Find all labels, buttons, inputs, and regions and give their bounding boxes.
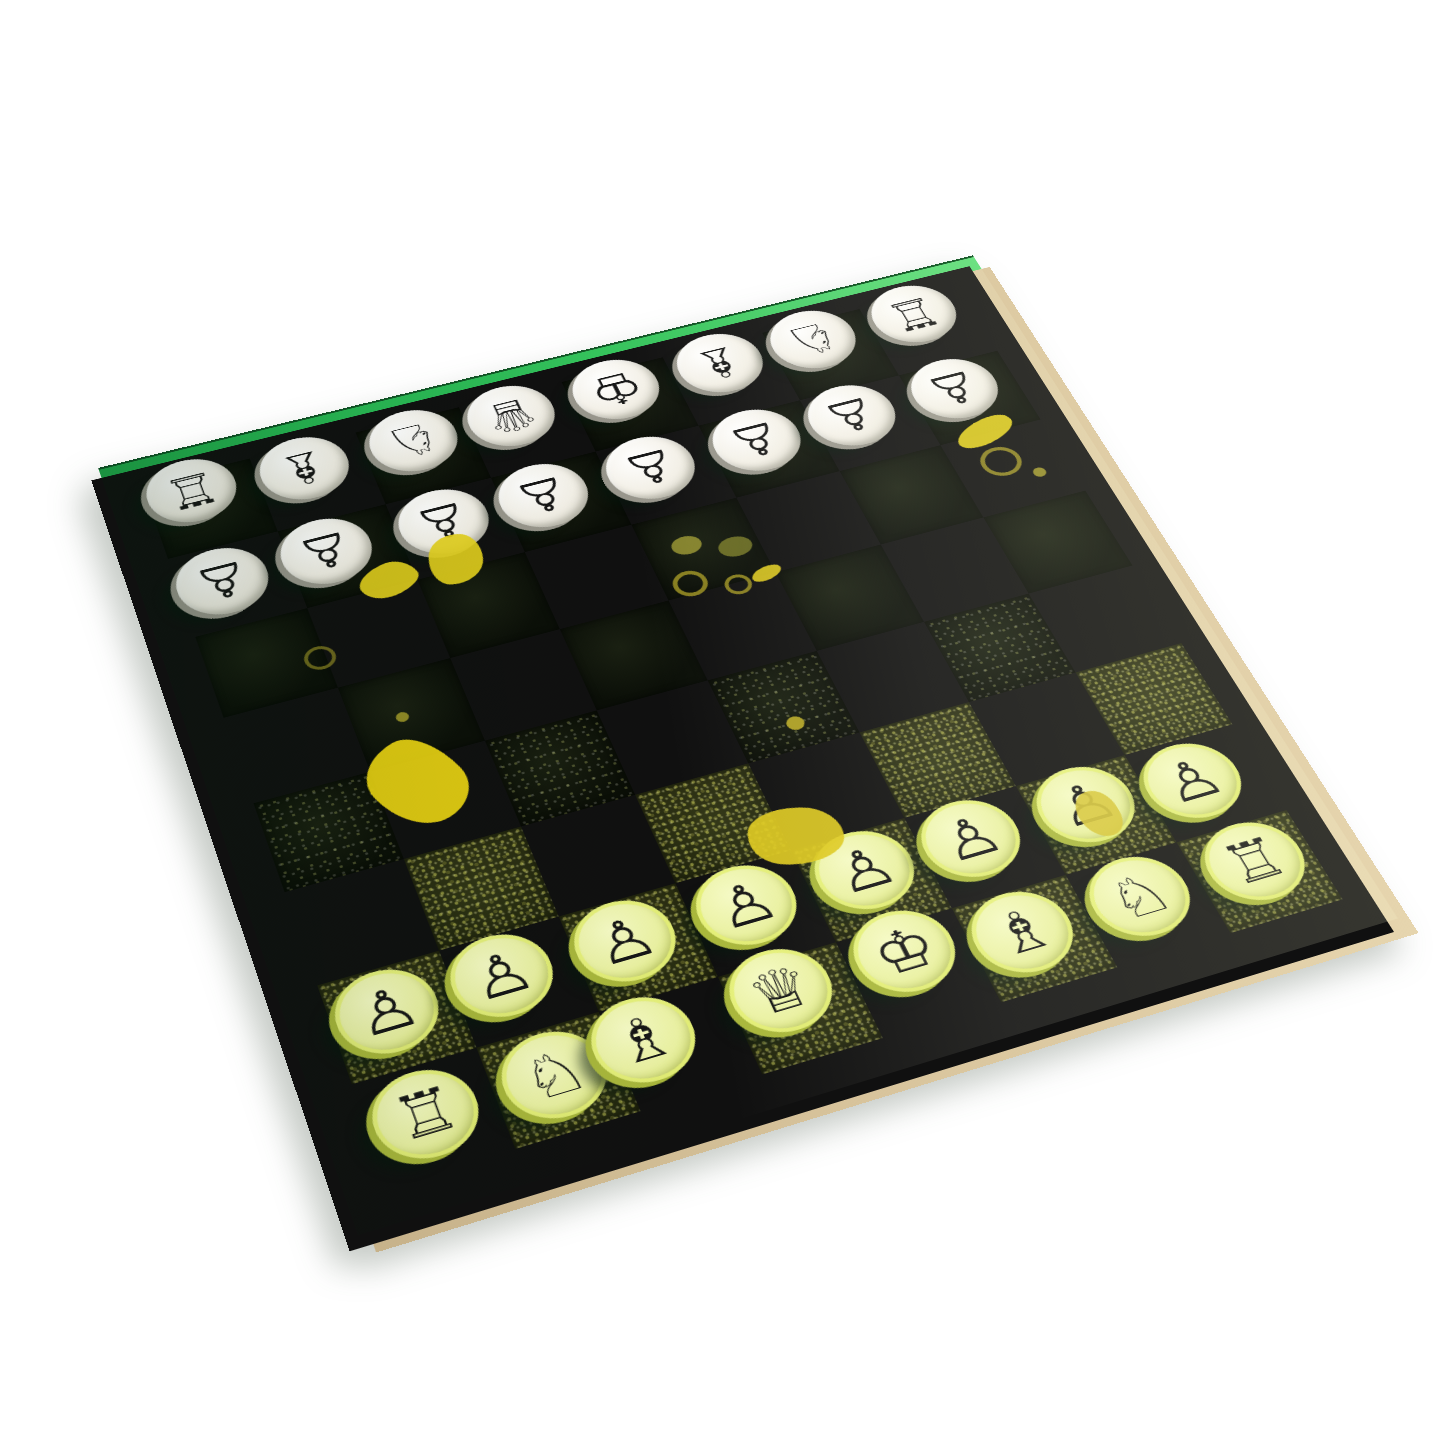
piece-white-bishop-b8: ♗	[250, 429, 359, 508]
knight-symbol-icon: ♘	[379, 415, 447, 467]
board-perspective-wrapper: ♖♗♘♕♔♗♘♖♙♙♙♙♙♙♙♙♙♙♙♙♙♙♙♙♖♘♗♕♔♗♘♖	[202, 174, 1212, 1184]
knight-symbol-icon: ♘	[1097, 863, 1181, 930]
piece-white-rook-h8: ♖	[859, 278, 969, 350]
pawn-symbol-icon: ♙	[930, 806, 1012, 871]
board-grid: ♖♗♘♕♔♗♘♖♙♙♙♙♙♙♙♙♙♙♙♙♙♙♙♙♖♘♗♕♔♗♘♖	[142, 285, 1343, 1187]
pawn-symbol-icon: ♙	[615, 441, 686, 493]
bishop-symbol-icon: ♗	[602, 1004, 685, 1076]
pawn-symbol-icon: ♙	[408, 494, 478, 548]
pawn-symbol-icon: ♙	[918, 363, 990, 413]
piece-yellow-rook-a1: ♖	[360, 1058, 492, 1171]
piece-yellow-pawn-h2: ♙	[1128, 734, 1258, 829]
rook-symbol-icon: ♖	[1212, 828, 1297, 894]
pawn-symbol-icon: ♙	[1151, 750, 1233, 813]
bishop-symbol-icon: ♗	[271, 442, 339, 494]
piece-white-rook-a8: ♖	[138, 451, 246, 531]
chessboard: ♖♗♘♕♔♗♘♖♙♙♙♙♙♙♙♙♙♙♙♙♙♙♙♙♖♘♗♕♔♗♘♖	[98, 255, 1398, 1235]
pawn-symbol-icon: ♙	[508, 469, 579, 522]
pawn-symbol-icon: ♙	[462, 941, 542, 1011]
pawn-symbol-icon: ♙	[816, 390, 887, 441]
pawn-symbol-icon: ♙	[291, 523, 361, 578]
piece-white-king-e8: ♔	[562, 352, 672, 428]
pawn-symbol-icon: ♙	[585, 907, 666, 975]
rook-symbol-icon: ♖	[158, 464, 226, 517]
pawn-symbol-icon: ♙	[706, 872, 787, 939]
photo-canvas: ♖♗♘♕♔♗♘♖♙♙♙♙♙♙♙♙♙♙♙♙♙♙♙♙♖♘♗♕♔♗♘♖	[0, 0, 1445, 1445]
king-symbol-icon: ♔	[863, 917, 946, 986]
pawn-symbol-icon: ♙	[348, 976, 428, 1047]
pawn-symbol-icon: ♙	[1045, 773, 1127, 837]
queen-symbol-icon: ♕	[477, 391, 546, 442]
king-symbol-icon: ♔	[582, 364, 651, 414]
rook-symbol-icon: ♖	[879, 290, 949, 338]
bishop-symbol-icon: ♗	[686, 338, 755, 387]
knight-symbol-icon: ♘	[778, 315, 847, 363]
queen-symbol-icon: ♕	[739, 955, 822, 1025]
piece-white-knight-g8: ♘	[758, 303, 868, 376]
piece-white-queen-d8: ♕	[456, 378, 565, 455]
bishop-symbol-icon: ♗	[980, 898, 1064, 966]
pawn-symbol-icon: ♙	[721, 414, 792, 466]
rook-symbol-icon: ♖	[385, 1076, 467, 1151]
pawn-symbol-icon: ♙	[188, 553, 258, 609]
pawn-symbol-icon: ♙	[824, 837, 905, 903]
piece-white-knight-c8: ♘	[359, 402, 468, 480]
piece-white-bishop-f8: ♗	[665, 326, 775, 400]
